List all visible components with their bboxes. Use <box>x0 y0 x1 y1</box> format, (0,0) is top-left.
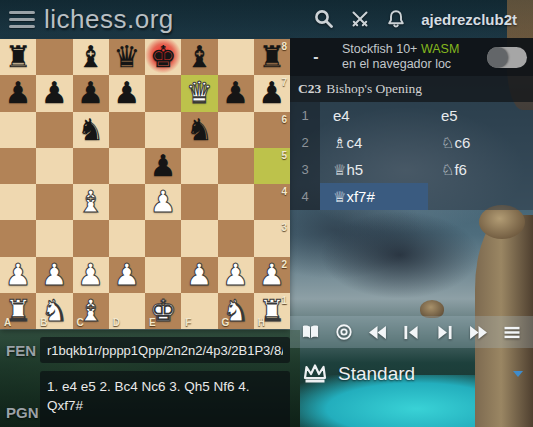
engine-info: Stockfish 10+ WASM en el navegador loc <box>342 42 487 72</box>
variant-select[interactable]: Standard <box>338 363 415 385</box>
black-rook[interactable]: ♜ <box>5 42 32 72</box>
square-d7[interactable]: ♟ <box>109 75 145 111</box>
square-g6[interactable] <box>218 112 254 148</box>
square-h8[interactable]: ♜8 <box>254 39 290 75</box>
file-label: F <box>185 317 191 328</box>
square-e8[interactable]: ♚ <box>145 39 181 75</box>
black-pawn[interactable]: ♟ <box>5 78 32 108</box>
rock-pillar-cap-art <box>479 205 525 239</box>
square-h7[interactable]: ♟7 <box>254 75 290 111</box>
black-bishop[interactable]: ♝ <box>186 42 213 72</box>
move-white[interactable]: ♕h5 <box>320 156 428 183</box>
move-number: 3 <box>290 156 320 183</box>
lichess-logo[interactable]: lichess.org <box>44 4 174 35</box>
square-h2[interactable]: ♟2 <box>254 257 290 293</box>
pgn-row: PGN <box>0 371 290 427</box>
square-b5[interactable] <box>36 148 72 184</box>
black-pawn[interactable]: ♟ <box>150 151 177 181</box>
white-pawn[interactable]: ♟ <box>5 260 32 290</box>
square-c4[interactable]: ♝ <box>73 184 109 220</box>
search-icon[interactable] <box>313 8 335 30</box>
square-e6[interactable] <box>145 112 181 148</box>
square-e4[interactable]: ♟ <box>145 184 181 220</box>
move-white[interactable]: e4 <box>320 102 428 129</box>
menu-icon[interactable] <box>501 322 523 342</box>
move-row: 4♕xf7# <box>290 183 533 210</box>
move-row: 1e4e5 <box>290 102 533 129</box>
square-a4[interactable] <box>0 184 36 220</box>
black-pawn[interactable]: ♟ <box>222 78 249 108</box>
engine-name: Stockfish 10+ <box>342 42 417 56</box>
square-d4[interactable] <box>109 184 145 220</box>
square-g1[interactable]: ♞G <box>218 293 254 329</box>
go-last-icon[interactable] <box>468 322 490 342</box>
engine-toggle[interactable] <box>487 47 527 68</box>
top-bar-right: ajedrezclub2t <box>313 8 533 30</box>
black-pawn[interactable]: ♟ <box>113 78 140 108</box>
file-label: A <box>4 317 11 328</box>
lichess-analysis-page: lichess.org ajedrezclub2t ♜♝♛♚♝♜8♟♟ <box>0 0 533 427</box>
opening-book-icon[interactable] <box>300 322 322 342</box>
crown-icon <box>302 363 328 385</box>
square-c6[interactable]: ♞ <box>73 112 109 148</box>
analysis-controls <box>290 316 533 348</box>
square-h4[interactable]: 4 <box>254 184 290 220</box>
square-b4[interactable] <box>36 184 72 220</box>
file-label: E <box>149 317 156 328</box>
white-pawn[interactable]: ♟ <box>186 260 213 290</box>
pgn-textarea[interactable] <box>40 371 290 427</box>
black-knight[interactable]: ♞ <box>186 115 213 145</box>
square-d6[interactable] <box>109 112 145 148</box>
square-b8[interactable] <box>36 39 72 75</box>
move-black[interactable]: e5 <box>428 102 533 129</box>
black-bishop[interactable]: ♝ <box>77 42 104 72</box>
engine-tech: WASM <box>421 42 459 56</box>
move-number: 2 <box>290 129 320 156</box>
file-label: B <box>40 317 47 328</box>
menu-hamburger-icon[interactable] <box>9 7 35 32</box>
square-g5[interactable] <box>218 148 254 184</box>
square-b2[interactable]: ♟ <box>36 257 72 293</box>
square-d3[interactable] <box>109 220 145 256</box>
square-c2[interactable]: ♟ <box>73 257 109 293</box>
white-pawn[interactable]: ♟ <box>150 187 177 217</box>
bell-icon[interactable] <box>385 8 407 30</box>
black-knight[interactable]: ♞ <box>77 115 104 145</box>
square-a8[interactable]: ♜ <box>0 39 36 75</box>
square-d8[interactable]: ♛ <box>109 39 145 75</box>
rank-label: 2 <box>281 259 287 270</box>
square-d2[interactable]: ♟ <box>109 257 145 293</box>
engine-row: - Stockfish 10+ WASM en el navegador loc <box>290 38 533 76</box>
square-a2[interactable]: ♟ <box>0 257 36 293</box>
white-pawn[interactable]: ♟ <box>77 260 104 290</box>
black-pawn[interactable]: ♟ <box>41 78 68 108</box>
square-f5[interactable] <box>181 148 217 184</box>
square-f4[interactable] <box>181 184 217 220</box>
username[interactable]: ajedrezclub2t <box>421 11 517 28</box>
black-queen[interactable]: ♛ <box>113 42 140 72</box>
engine-subtitle: en el navegador loc <box>342 57 487 72</box>
square-c7[interactable]: ♟ <box>73 75 109 111</box>
file-label: C <box>77 317 84 328</box>
move-number: 1 <box>290 102 320 129</box>
move-list: 1e4e52♗c4♘c63♕h5♘f64♕xf7# <box>290 102 533 210</box>
white-bishop[interactable]: ♝ <box>77 187 104 217</box>
square-f6[interactable]: ♞ <box>181 112 217 148</box>
square-g2[interactable]: ♟ <box>218 257 254 293</box>
variant-row: Standard <box>290 356 533 392</box>
square-f1[interactable]: F <box>181 293 217 329</box>
square-a3[interactable] <box>0 220 36 256</box>
toggle-knob <box>487 47 508 68</box>
crossed-swords-icon[interactable] <box>349 8 371 30</box>
rank-label: 8 <box>281 41 287 52</box>
rank-label: 7 <box>281 77 287 88</box>
square-e1[interactable]: ♚E <box>145 293 181 329</box>
opening-eco: C23 <box>298 81 321 97</box>
square-g7[interactable]: ♟ <box>218 75 254 111</box>
square-b3[interactable] <box>36 220 72 256</box>
square-d1[interactable]: D <box>109 293 145 329</box>
file-label: G <box>222 317 230 328</box>
move-row: 3♕h5♘f6 <box>290 156 533 183</box>
square-d5[interactable] <box>109 148 145 184</box>
square-f3[interactable] <box>181 220 217 256</box>
square-h3[interactable]: 3 <box>254 220 290 256</box>
go-previous-icon[interactable] <box>400 322 422 342</box>
square-b7[interactable]: ♟ <box>36 75 72 111</box>
rank-label: 5 <box>281 150 287 161</box>
dark-cloud-art <box>300 200 500 310</box>
move-black[interactable]: ♘c6 <box>428 129 533 156</box>
square-g4[interactable] <box>218 184 254 220</box>
square-e3[interactable] <box>145 220 181 256</box>
fen-input[interactable] <box>40 337 290 363</box>
black-king[interactable]: ♚ <box>150 42 177 72</box>
square-e2[interactable] <box>145 257 181 293</box>
square-e7[interactable] <box>145 75 181 111</box>
move-black[interactable] <box>428 183 533 210</box>
square-h5[interactable]: 5 <box>254 148 290 184</box>
fen-row: FEN <box>0 337 290 363</box>
opening-row: C23 Bishop's Opening <box>290 76 533 102</box>
square-e5[interactable]: ♟ <box>145 148 181 184</box>
white-pawn[interactable]: ♟ <box>113 260 140 290</box>
white-pawn[interactable]: ♟ <box>41 260 68 290</box>
file-label: D <box>113 317 120 328</box>
chess-board: ♜♝♛♚♝♜8♟♟♟♟♛♟♟7♞♞6♟5♝♟43♟♟♟♟♟♟♟2♜A♞B♝CD♚… <box>0 39 290 329</box>
opening-name: Bishop's Opening <box>326 81 422 97</box>
go-first-icon[interactable] <box>367 322 389 342</box>
square-c8[interactable]: ♝ <box>73 39 109 75</box>
square-a6[interactable] <box>0 112 36 148</box>
square-a1[interactable]: ♜A <box>0 293 36 329</box>
white-queen[interactable]: ♛ <box>186 78 213 108</box>
square-c5[interactable] <box>73 148 109 184</box>
analysis-panel: - Stockfish 10+ WASM en el navegador loc… <box>290 38 533 210</box>
white-pawn[interactable]: ♟ <box>222 260 249 290</box>
go-next-icon[interactable] <box>434 322 456 342</box>
chevron-down-icon[interactable] <box>513 371 523 377</box>
rank-label: 3 <box>281 222 287 233</box>
move-number: 4 <box>290 183 320 210</box>
square-h1[interactable]: ♜1H <box>254 293 290 329</box>
square-b6[interactable] <box>36 112 72 148</box>
square-f8[interactable]: ♝ <box>181 39 217 75</box>
move-white[interactable]: ♗c4 <box>320 129 428 156</box>
square-b1[interactable]: ♞B <box>36 293 72 329</box>
square-c3[interactable] <box>73 220 109 256</box>
move-white[interactable]: ♕xf7# <box>320 183 428 210</box>
square-f2[interactable]: ♟ <box>181 257 217 293</box>
square-a7[interactable]: ♟ <box>0 75 36 111</box>
square-h6[interactable]: 6 <box>254 112 290 148</box>
square-g3[interactable] <box>218 220 254 256</box>
fen-label: FEN <box>0 342 40 359</box>
rank-label: 1 <box>281 295 287 306</box>
practice-target-icon[interactable] <box>333 322 355 342</box>
file-label: H <box>258 317 265 328</box>
move-black[interactable]: ♘f6 <box>428 156 533 183</box>
rank-label: 4 <box>281 186 287 197</box>
top-bar: lichess.org ajedrezclub2t <box>0 0 533 38</box>
pgn-label: PGN <box>0 404 40 427</box>
square-a5[interactable] <box>0 148 36 184</box>
square-c1[interactable]: ♝C <box>73 293 109 329</box>
black-pawn[interactable]: ♟ <box>77 78 104 108</box>
square-g8[interactable] <box>218 39 254 75</box>
square-f7[interactable]: ♛ <box>181 75 217 111</box>
move-row: 2♗c4♘c6 <box>290 129 533 156</box>
engine-eval: - <box>290 48 342 66</box>
rank-label: 6 <box>281 114 287 125</box>
